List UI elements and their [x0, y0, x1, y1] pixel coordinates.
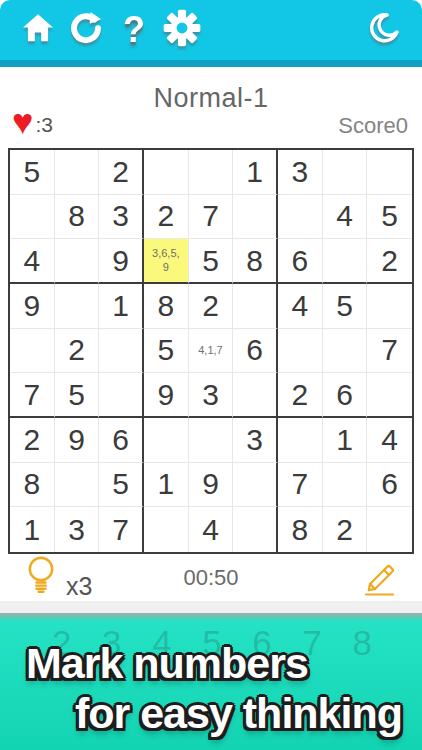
cell-r9c3[interactable]: 7 [99, 507, 144, 552]
cell-r2c3[interactable]: 3 [99, 195, 144, 240]
cell-r1c4[interactable] [144, 150, 189, 195]
cell-r5c4[interactable]: 5 [144, 329, 189, 374]
cell-r8c6[interactable] [233, 463, 278, 508]
cell-r4c7[interactable]: 4 [278, 284, 323, 329]
cell-r8c4[interactable]: 1 [144, 463, 189, 508]
cell-r3c2[interactable] [55, 239, 100, 284]
cell-r4c4[interactable]: 8 [144, 284, 189, 329]
cell-r2c8[interactable]: 4 [323, 195, 368, 240]
lives-display: ♥ :3 [12, 107, 53, 137]
cell-r7c3[interactable]: 6 [99, 418, 144, 463]
marketing-banner: 2345678 Mark numbers for easy thinking [0, 621, 422, 750]
night-mode-button[interactable] [360, 6, 408, 54]
cell-r9c7[interactable]: 8 [278, 507, 323, 552]
restart-button[interactable] [62, 6, 110, 54]
cell-r8c3[interactable]: 5 [99, 463, 144, 508]
cell-r2c1[interactable] [10, 195, 55, 240]
moon-icon [366, 10, 402, 50]
help-button[interactable]: ? [110, 6, 158, 54]
pencil-marks: 4,1,7 [198, 344, 222, 358]
cell-r7c2[interactable]: 9 [55, 418, 100, 463]
cell-r6c5[interactable]: 3 [189, 373, 234, 418]
cell-r9c9[interactable] [367, 507, 412, 552]
cell-r1c2[interactable] [55, 150, 100, 195]
cell-r9c5[interactable]: 4 [189, 507, 234, 552]
banner-line-1: Mark numbers [26, 639, 422, 688]
cell-r4c3[interactable]: 1 [99, 284, 144, 329]
cell-r8c2[interactable] [55, 463, 100, 508]
top-bar-shadow [0, 60, 422, 67]
cell-r4c6[interactable] [233, 284, 278, 329]
cell-r6c8[interactable]: 6 [323, 373, 368, 418]
cell-r7c9[interactable]: 4 [367, 418, 412, 463]
settings-button[interactable] [158, 6, 206, 54]
bottom-toolbar: x3 00:50 [0, 554, 422, 601]
cell-r8c7[interactable]: 7 [278, 463, 323, 508]
cell-r5c9[interactable]: 7 [367, 329, 412, 374]
cell-r1c9[interactable] [367, 150, 412, 195]
cell-r6c9[interactable] [367, 373, 412, 418]
game-header: Normal-1 ♥ :3 Score0 [0, 67, 422, 148]
cell-r6c4[interactable]: 9 [144, 373, 189, 418]
banner-line-2: for easy thinking [0, 689, 402, 738]
cell-r9c4[interactable] [144, 507, 189, 552]
restart-icon [68, 10, 104, 50]
cell-r7c1[interactable]: 2 [10, 418, 55, 463]
lives-count: :3 [35, 107, 53, 137]
cell-r1c7[interactable]: 3 [278, 150, 323, 195]
cell-r7c4[interactable] [144, 418, 189, 463]
cell-r3c5[interactable]: 5 [189, 239, 234, 284]
cell-r6c7[interactable]: 2 [278, 373, 323, 418]
cell-r3c8[interactable] [323, 239, 368, 284]
pencil-marks: 3,6,5, 9 [152, 247, 180, 275]
cell-r3c7[interactable]: 6 [278, 239, 323, 284]
cell-r7c5[interactable] [189, 418, 234, 463]
cell-r4c9[interactable] [367, 284, 412, 329]
sudoku-grid: 5213832745493,6,5, 95862918245254,1,7677… [8, 148, 414, 554]
cell-r8c1[interactable]: 8 [10, 463, 55, 508]
cell-r1c5[interactable] [189, 150, 234, 195]
pencil-icon [358, 583, 398, 600]
cell-r1c8[interactable] [323, 150, 368, 195]
cell-r4c2[interactable] [55, 284, 100, 329]
cell-r6c3[interactable] [99, 373, 144, 418]
top-bar: ? [0, 0, 422, 60]
cell-r5c2[interactable]: 2 [55, 329, 100, 374]
cell-r6c2[interactable]: 5 [55, 373, 100, 418]
cell-r9c8[interactable]: 2 [323, 507, 368, 552]
cell-r3c9[interactable]: 2 [367, 239, 412, 284]
heart-icon: ♥ [12, 107, 33, 137]
stats-row: ♥ :3 Score0 [12, 107, 408, 143]
cell-r4c8[interactable]: 5 [323, 284, 368, 329]
cell-r7c7[interactable] [278, 418, 323, 463]
cell-r3c6[interactable]: 8 [233, 239, 278, 284]
cell-r1c3[interactable]: 2 [99, 150, 144, 195]
cell-r9c1[interactable]: 1 [10, 507, 55, 552]
help-icon: ? [123, 12, 145, 48]
cell-r5c6[interactable]: 6 [233, 329, 278, 374]
cell-r7c6[interactable]: 3 [233, 418, 278, 463]
cell-r5c5[interactable]: 4,1,7 [189, 329, 234, 374]
cell-r5c3[interactable] [99, 329, 144, 374]
cell-r8c9[interactable]: 6 [367, 463, 412, 508]
cell-r5c8[interactable] [323, 329, 368, 374]
cell-r5c1[interactable] [10, 329, 55, 374]
cell-r8c5[interactable]: 9 [189, 463, 234, 508]
cell-r1c1[interactable]: 5 [10, 150, 55, 195]
gray-strip [0, 601, 422, 613]
cell-r3c1[interactable]: 4 [10, 239, 55, 284]
app-screen: ? [0, 0, 422, 750]
cell-r9c2[interactable]: 3 [55, 507, 100, 552]
pencil-mark-button[interactable] [358, 555, 398, 601]
cell-r3c4[interactable]: 3,6,5, 9 [144, 239, 189, 284]
cell-r2c5[interactable]: 7 [189, 195, 234, 240]
score-display: Score0 [338, 113, 408, 139]
cell-r4c5[interactable]: 2 [189, 284, 234, 329]
cell-r1c6[interactable]: 1 [233, 150, 278, 195]
cell-r2c2[interactable]: 8 [55, 195, 100, 240]
cell-r9c6[interactable] [233, 507, 278, 552]
cell-r4c1[interactable]: 9 [10, 284, 55, 329]
cell-r3c3[interactable]: 9 [99, 239, 144, 284]
cell-r2c6[interactable] [233, 195, 278, 240]
home-icon [20, 10, 56, 50]
cell-r6c1[interactable]: 7 [10, 373, 55, 418]
cell-r5c7[interactable] [278, 329, 323, 374]
fade-strip [0, 613, 422, 621]
cell-r8c8[interactable] [323, 463, 368, 508]
gear-icon [163, 9, 201, 51]
cell-r2c4[interactable]: 2 [144, 195, 189, 240]
cell-r7c8[interactable]: 1 [323, 418, 368, 463]
cell-r6c6[interactable] [233, 373, 278, 418]
cell-r2c7[interactable] [278, 195, 323, 240]
cell-r2c9[interactable]: 5 [367, 195, 412, 240]
home-button[interactable] [14, 6, 62, 54]
